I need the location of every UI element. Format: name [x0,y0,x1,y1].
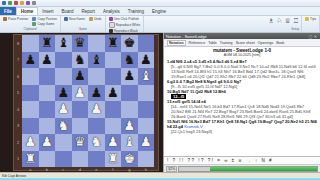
ribbon-group-game: New Game Undo Game [61,16,106,32]
tab-insert[interactable]: Insert [38,7,57,15]
window-titlebar [0,0,320,7]
annotation-symbol-bar[interactable]: ! ? !! ?? !? ?! = ∞ ± ∓ → ↑ N # [164,156,320,164]
file-label-b: b [39,167,56,172]
reproduce-white-label: Reproduce White [116,23,141,27]
reproduce-white-icon [109,22,115,28]
square-a1[interactable]: ♜ [22,151,39,168]
rank-label-2: 2 [17,134,19,151]
square-e1[interactable] [88,151,105,168]
file-label-g: g [121,167,138,172]
copy-position-label: Copy Position [37,17,57,21]
game-group-label: Game [63,27,103,31]
new-game-label: New Game [69,17,85,21]
tips-label: Tips [310,17,316,21]
progress-label: 32% [166,166,177,172]
setup-bishop-button[interactable]: ♗ [268,17,274,24]
file-label-f: f [105,167,122,172]
copy-game-icon [32,22,36,26]
rank-label-6: 6 [17,68,19,85]
paste-position-label: Paste Position [8,17,28,21]
square-b8[interactable]: ♜ [39,35,56,52]
publish-label: One Click Publish [114,17,139,21]
square-a2[interactable]: ♟ [22,134,39,151]
panel-tab-notation[interactable]: Notation [167,40,186,46]
square-f7[interactable] [105,52,122,69]
app-icon [2,1,6,5]
square-h7[interactable]: ♟ [138,52,155,69]
paste-position-button[interactable]: Paste Position [2,17,29,21]
file-label-h: h [138,167,155,172]
tab-board[interactable]: Board [58,7,78,15]
board-frame: 87654321 ♜♝♛♜♚♟♟♞♝♞♟♟♟♝♟♟♟♟♟♟♞♟♟♟♛♞♟♝♟♜♜… [13,34,159,171]
file-label-d: d [72,167,89,172]
square-c2[interactable] [55,134,72,151]
square-a4[interactable] [22,101,39,118]
variation-line[interactable]: [22.Qc1 hxg3 23.Nxg3] [167,129,317,134]
square-c7[interactable] [55,52,72,69]
copy-game-label: Copy Game [37,22,54,26]
square-f5[interactable]: ♟ [105,85,122,102]
rank-label-5: 5 [17,85,19,102]
square-e7[interactable]: ♝ [88,52,105,69]
square-f6[interactable] [105,68,122,85]
square-e8[interactable] [88,35,105,52]
square-h4[interactable] [138,101,155,118]
ribbon-group-setup: ♗ ♘ ♕ ♖ Setup [144,16,302,32]
undo-icon [89,17,93,21]
square-h1[interactable] [138,151,155,168]
tab-home[interactable]: Home [16,7,39,15]
square-d6[interactable]: ♟ [72,68,89,85]
panel-tab-reference[interactable]: Reference [189,41,206,45]
square-d4[interactable] [72,101,89,118]
reproduce-white-button[interactable]: Reproduce White [108,22,142,28]
square-d7[interactable]: ♞ [72,52,89,69]
rank-label-8: 8 [17,35,19,52]
panel-tab-scoresheet[interactable]: Score sheet [236,41,255,45]
copy-position-icon [32,17,36,21]
square-d2[interactable]: ♛ [72,134,89,151]
ribbon: Paste Position Copy Position Copy Game C… [0,16,320,33]
setup-queen-button[interactable]: ♕ [285,17,291,24]
notation-moves[interactable]: 1.d4 Nf6 2.c4 c5 3.d5 e5 4.Nc3 d6 5.e4 B… [164,58,320,156]
square-c3[interactable]: ♞ [55,118,72,135]
square-f4[interactable] [105,101,122,118]
ribbon-group-clipboard: Paste Position Copy Position Copy Game C… [0,16,61,32]
variation-line[interactable]: [5...g6 6.Nf3 Bg7 7.Be2 0-0 8.0-0 Na6 9.… [167,64,317,79]
square-e5[interactable]: ♟ [88,85,105,102]
qat-undo-icon[interactable] [20,1,24,5]
copy-game-button[interactable]: Copy Game [31,22,58,26]
square-f8[interactable]: ♜ [105,35,122,52]
square-e4[interactable]: ♟ [88,101,105,118]
square-g7[interactable]: ♞ [121,52,138,69]
square-g6[interactable]: ♟ [121,68,138,85]
main-area: 87654321 ♜♝♛♜♚♟♟♞♝♞♟♟♟♝♟♟♟♟♟♟♞♟♟♟♛♞♟♝♟♜♜… [0,33,320,172]
clipboard-group-label: Clipboard [2,27,58,31]
tab-engine[interactable]: Engine [148,7,170,15]
tips-icon [305,17,309,21]
square-e3[interactable] [88,118,105,135]
qat-save-icon[interactable] [14,1,18,5]
square-c5[interactable]: ♟ [55,85,72,102]
progress-bar [178,166,318,172]
square-b5[interactable] [39,85,56,102]
panel-close-icon[interactable]: ✕ [313,34,318,39]
panel-tab-training[interactable]: Training [220,41,233,45]
setup-group-label: Setup [146,27,299,31]
rank-label-4: 4 [17,101,19,118]
square-h8[interactable] [138,35,155,52]
tab-training[interactable]: Training [124,7,148,15]
square-g1[interactable]: ♚ [121,151,138,168]
paste-icon [3,17,7,21]
panel-tab-openings[interactable]: Openings [258,41,273,45]
setup-rook-button[interactable]: ♖ [293,17,299,24]
copy-position-button[interactable]: Copy Position [31,17,58,21]
square-b6[interactable] [39,68,56,85]
progress-fill [210,167,317,171]
file-label-c: c [55,167,72,172]
board-area: 87654321 ♜♝♛♜♚♟♟♞♝♞♟♟♟♝♟♟♟♟♟♟♞♟♟♟♛♞♟♝♟♜♜… [0,33,163,172]
tips-button[interactable]: Tips [304,17,317,21]
square-c6[interactable] [55,68,72,85]
square-g5[interactable] [121,85,138,102]
rank-label-3: 3 [17,118,19,135]
square-c4[interactable]: ♟ [55,101,72,118]
square-g4[interactable] [121,101,138,118]
panel-tabs: Notation Reference Table Training Score … [164,39,320,47]
file-labels: abcdefgh [22,167,154,172]
ribbon-group-publish: One Click Publish Reproduce White Reprod… [106,16,145,32]
new-game-icon [64,17,68,21]
qat-redo-icon[interactable] [26,1,30,5]
square-h3[interactable] [138,118,155,135]
square-d3[interactable] [72,118,89,135]
square-a5[interactable] [22,85,39,102]
square-b7[interactable]: ♟ [39,52,56,69]
square-d5[interactable]: ♟ [72,85,89,102]
square-d8[interactable]: ♛ [72,35,89,52]
panel-tab-table[interactable]: Table [208,41,217,45]
variation-line[interactable]: [14...exf4 15.Nxf4 Ne5 16.b3 Bd7 17.Rae1… [167,104,317,119]
square-g2[interactable]: ♝ [121,134,138,151]
square-h5[interactable] [138,85,155,102]
qat-dropdown-icon[interactable] [32,1,36,5]
setup-knight-button[interactable]: ♘ [276,17,282,24]
move-line[interactable]: 15.Nd1 Nf6 16.Ne3 Bd7 17.Kh1 Qe8 18.Ng1 … [167,119,317,129]
square-e2[interactable]: ♞ [88,134,105,151]
new-game-button[interactable]: New Game [63,17,86,21]
qat-new-icon[interactable] [8,1,12,5]
publish-icon [109,17,113,21]
square-c1[interactable] [55,151,72,168]
chess-board[interactable]: ♜♝♛♜♚♟♟♞♝♞♟♟♟♝♟♟♟♟♟♟♞♟♟♟♛♞♟♝♟♜♜♚ [22,35,154,167]
rank-labels: 87654321 [14,35,22,170]
undo-button[interactable]: Undo [88,17,103,21]
rank-label-7: 7 [17,52,19,69]
square-f3[interactable] [105,118,122,135]
square-a8[interactable] [22,35,39,52]
square-a7[interactable]: ♟ [22,52,39,69]
progress-row: 32% [164,164,320,172]
square-f2[interactable]: ♟ [105,134,122,151]
game-subheader: AGM 08.10.2025 [rem] [164,53,320,57]
square-h2[interactable]: ♟ [138,134,155,151]
ribbon-group-tips: Tips [302,16,320,32]
file-label-a: a [22,167,39,172]
undo-label: Undo [94,17,102,21]
square-d1[interactable] [72,151,89,168]
square-h6[interactable]: ♝ [138,68,155,85]
rank-label-1: 1 [17,151,19,168]
one-click-publish-button[interactable]: One Click Publish [108,17,142,21]
square-a3[interactable] [22,118,39,135]
square-b1[interactable] [39,151,56,168]
square-b4[interactable] [39,101,56,118]
notation-panel: Notation - SweetLodge ▢ ✕ Notation Refer… [163,33,320,172]
square-g8[interactable]: ♚ [121,35,138,52]
square-b3[interactable] [39,118,56,135]
square-b2[interactable]: ♟ [39,134,56,151]
tab-report[interactable]: Report [78,7,100,15]
square-e6[interactable] [88,68,105,85]
panel-tab-book[interactable]: Book [276,41,284,45]
tab-file[interactable]: File [0,7,16,15]
panel-title: Notation - SweetLodge [166,34,207,39]
square-c8[interactable]: ♝ [55,35,72,52]
taskbar-strip[interactable] [0,178,320,180]
file-label-e: e [88,167,105,172]
ribbon-tab-row: File Home Insert Board Report Analysis T… [0,7,320,16]
tab-analysis[interactable]: Analysis [99,7,124,15]
square-g3[interactable]: ♟ [121,118,138,135]
status-text: Kib Capt Arrows [2,174,26,178]
square-f1[interactable]: ♜ [105,151,122,168]
square-a6[interactable] [22,68,39,85]
